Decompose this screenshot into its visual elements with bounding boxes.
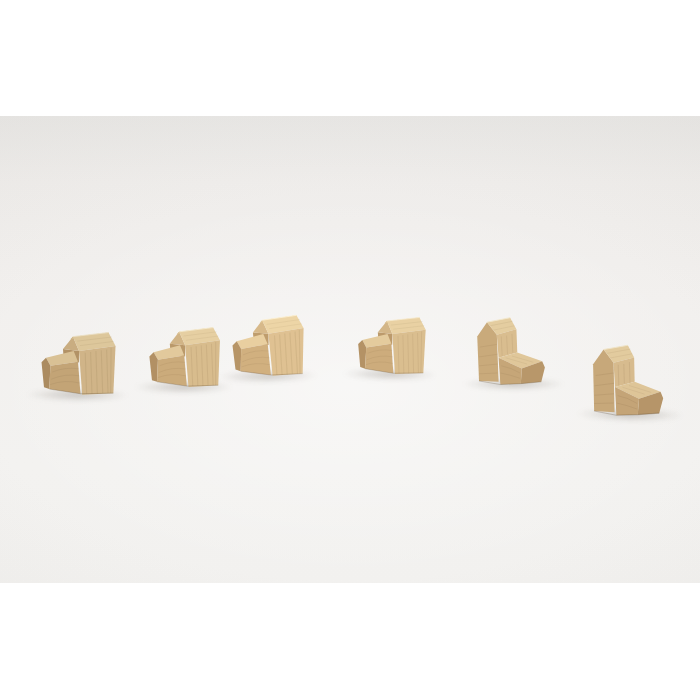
wooden-piece-art xyxy=(38,318,128,401)
wooden-piece-art xyxy=(146,314,231,392)
product-photo xyxy=(0,0,700,700)
game-piece-6 xyxy=(577,333,671,421)
game-piece-2 xyxy=(146,314,231,392)
wooden-piece-art xyxy=(354,303,436,379)
wooden-piece-art xyxy=(228,301,315,381)
wooden-piece-art xyxy=(577,333,671,421)
pieces-row xyxy=(0,0,700,700)
game-piece-1 xyxy=(38,318,128,401)
game-piece-5 xyxy=(463,307,552,389)
game-piece-3 xyxy=(228,301,315,381)
wooden-piece-art xyxy=(463,307,552,389)
game-piece-4 xyxy=(354,303,436,379)
